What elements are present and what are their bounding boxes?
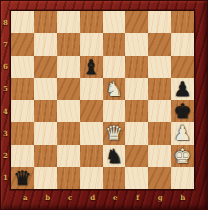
square-a7[interactable] — [11, 33, 34, 55]
square-d2[interactable] — [80, 145, 103, 167]
square-c2[interactable] — [57, 145, 80, 167]
square-d5[interactable] — [80, 78, 103, 100]
black-knight[interactable]: ♞ — [105, 145, 123, 167]
rank-label-5: 5 — [0, 78, 11, 100]
rank-label-6: 6 — [0, 56, 11, 78]
square-e7[interactable] — [103, 33, 126, 55]
black-pawn[interactable]: ♟ — [174, 78, 192, 100]
square-f5[interactable] — [125, 78, 148, 100]
square-e8[interactable] — [103, 11, 126, 33]
file-label-e: e — [104, 190, 127, 205]
square-c5[interactable] — [57, 78, 80, 100]
square-e1[interactable] — [103, 167, 126, 189]
square-e4[interactable] — [103, 100, 126, 122]
square-f4[interactable] — [125, 100, 148, 122]
square-e3[interactable]: ♛ — [103, 122, 126, 144]
square-g4[interactable] — [148, 100, 171, 122]
black-bishop[interactable]: ♝ — [82, 56, 100, 78]
square-f6[interactable] — [125, 56, 148, 78]
square-h8[interactable] — [171, 11, 194, 33]
square-d7[interactable] — [80, 33, 103, 55]
file-label-h: h — [172, 190, 195, 205]
rank-label-7: 7 — [0, 33, 11, 55]
square-a3[interactable] — [11, 122, 34, 144]
square-c8[interactable] — [57, 11, 80, 33]
square-a5[interactable] — [11, 78, 34, 100]
file-label-a: a — [14, 190, 37, 205]
square-b8[interactable] — [34, 11, 57, 33]
square-b1[interactable] — [34, 167, 57, 189]
square-e2[interactable]: ♞ — [103, 145, 126, 167]
square-f8[interactable] — [125, 11, 148, 33]
square-b3[interactable] — [34, 122, 57, 144]
square-h2[interactable]: ♚ — [171, 145, 194, 167]
rank-label-8: 8 — [0, 11, 11, 33]
square-a4[interactable] — [11, 100, 34, 122]
square-d8[interactable] — [80, 11, 103, 33]
square-b2[interactable] — [34, 145, 57, 167]
square-c1[interactable] — [57, 167, 80, 189]
rank-label-2: 2 — [0, 145, 11, 167]
white-queen[interactable]: ♛ — [105, 122, 123, 144]
square-h6[interactable] — [171, 56, 194, 78]
square-c4[interactable] — [57, 100, 80, 122]
square-h3[interactable]: ♟ — [171, 122, 194, 144]
rank-label-1: 1 — [0, 167, 11, 189]
square-a1[interactable]: ♛ — [11, 167, 34, 189]
square-d4[interactable] — [80, 100, 103, 122]
square-g2[interactable] — [148, 145, 171, 167]
square-e6[interactable] — [103, 56, 126, 78]
square-g3[interactable] — [148, 122, 171, 144]
rank-label-4: 4 — [0, 100, 11, 122]
square-f2[interactable] — [125, 145, 148, 167]
square-h7[interactable] — [171, 33, 194, 55]
square-b7[interactable] — [34, 33, 57, 55]
square-f3[interactable] — [125, 122, 148, 144]
square-b6[interactable] — [34, 56, 57, 78]
square-b5[interactable] — [34, 78, 57, 100]
square-f1[interactable] — [125, 167, 148, 189]
rank-label-3: 3 — [0, 122, 11, 144]
square-c6[interactable] — [57, 56, 80, 78]
square-g8[interactable] — [148, 11, 171, 33]
file-label-g: g — [149, 190, 172, 205]
square-a8[interactable] — [11, 11, 34, 33]
white-knight[interactable]: ♞ — [105, 78, 123, 100]
black-king[interactable]: ♚ — [174, 100, 192, 122]
white-king[interactable]: ♚ — [174, 145, 192, 167]
square-e5[interactable]: ♞ — [103, 78, 126, 100]
file-label-f: f — [127, 190, 150, 205]
rank-labels: 87654321 — [0, 11, 11, 189]
square-b4[interactable] — [34, 100, 57, 122]
square-h1[interactable] — [171, 167, 194, 189]
square-g7[interactable] — [148, 33, 171, 55]
square-h5[interactable]: ♟ — [171, 78, 194, 100]
square-h4[interactable]: ♚ — [171, 100, 194, 122]
square-d3[interactable] — [80, 122, 103, 144]
white-pawn[interactable]: ♟ — [174, 122, 192, 144]
file-label-c: c — [59, 190, 82, 205]
square-d1[interactable] — [80, 167, 103, 189]
file-labels: abcdefgh — [11, 190, 194, 205]
square-d6[interactable]: ♝ — [80, 56, 103, 78]
chess-board-frame: 87654321 ♝♞♟♚♛♟♞♚♛ abcdefgh — [0, 0, 208, 210]
square-f7[interactable] — [125, 33, 148, 55]
square-g1[interactable] — [148, 167, 171, 189]
square-g6[interactable] — [148, 56, 171, 78]
black-queen[interactable]: ♛ — [13, 167, 31, 189]
chess-board[interactable]: ♝♞♟♚♛♟♞♚♛ — [11, 11, 194, 189]
square-c3[interactable] — [57, 122, 80, 144]
square-a2[interactable] — [11, 145, 34, 167]
square-g5[interactable] — [148, 78, 171, 100]
square-a6[interactable] — [11, 56, 34, 78]
file-label-d: d — [82, 190, 105, 205]
square-c7[interactable] — [57, 33, 80, 55]
file-label-b: b — [37, 190, 60, 205]
